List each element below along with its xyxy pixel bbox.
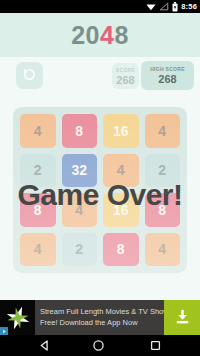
app-title: 2048 [71, 21, 129, 50]
score-box: SCORE 268 [112, 63, 139, 89]
tile-4: 4 [145, 114, 181, 148]
high-score-label: HIGH SCORE [150, 66, 185, 72]
star-logo-icon [5, 305, 31, 331]
ad-banner[interactable]: Stream Full Length Movies & TV Shows Fre… [0, 300, 200, 335]
app-header: 2048 [0, 13, 200, 57]
status-bar: 8:56 [0, 0, 200, 13]
ad-line1: Stream Full Length Movies & TV Shows [40, 307, 162, 318]
tile-16: 16 [103, 193, 139, 227]
restart-icon [22, 67, 37, 85]
ad-line2: Free! Download the App Now [40, 318, 162, 329]
tile-4: 4 [20, 233, 56, 267]
adchoices-icon[interactable] [0, 327, 8, 335]
score-label: SCORE [116, 67, 135, 73]
tile-4: 4 [20, 114, 56, 148]
battery-icon [172, 2, 178, 12]
ad-text: Stream Full Length Movies & TV Shows Fre… [40, 300, 162, 335]
download-button[interactable] [164, 300, 200, 335]
tile-2: 2 [62, 233, 98, 267]
tile-4: 4 [103, 154, 139, 188]
tile-16: 16 [103, 114, 139, 148]
recents-button[interactable] [149, 339, 162, 352]
cell-signal-icon [159, 2, 169, 11]
clock-time: 8:56 [181, 2, 197, 11]
tile-4: 4 [145, 233, 181, 267]
tile-8: 8 [20, 193, 56, 227]
tile-32: 32 [62, 154, 98, 188]
tile-4: 4 [62, 193, 98, 227]
board-grid[interactable]: 4816423242841684284 [13, 107, 187, 273]
tile-2: 2 [20, 154, 56, 188]
wifi-icon [146, 2, 156, 11]
score-value: 268 [116, 74, 134, 86]
high-score-value: 268 [158, 73, 176, 85]
restart-button[interactable] [16, 62, 43, 89]
tile-8: 8 [145, 193, 181, 227]
tile-8: 8 [62, 114, 98, 148]
home-button[interactable] [92, 339, 105, 352]
android-nav-bar [0, 335, 200, 356]
download-icon [174, 308, 191, 328]
tile-2: 2 [145, 154, 181, 188]
high-score-box: HIGH SCORE 268 [141, 61, 194, 90]
back-button[interactable] [38, 339, 51, 352]
tile-8: 8 [103, 233, 139, 267]
